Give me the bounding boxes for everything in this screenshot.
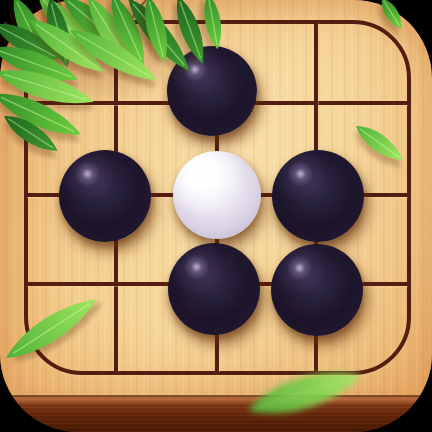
black-stone-D3: ● bbox=[272, 150, 364, 242]
go-board: ●●○●●● bbox=[0, 0, 432, 432]
white-stone-C3: ○ bbox=[173, 151, 261, 239]
black-stone-C2: ● bbox=[168, 243, 260, 335]
board-surface: ●●○●●● bbox=[0, 0, 432, 397]
board-front-edge bbox=[0, 395, 432, 432]
black-stone-B3: ● bbox=[59, 150, 151, 242]
black-stone-D2: ● bbox=[271, 244, 363, 336]
black-stone-C4: ● bbox=[167, 46, 257, 136]
app-icon[interactable]: ●●○●●● bbox=[0, 0, 432, 432]
